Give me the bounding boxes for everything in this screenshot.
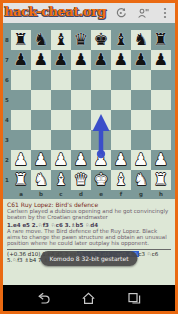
square-g2[interactable]: ♟ [131, 150, 151, 170]
toast-message: Komodo 8 32-bit gestartet [41, 251, 138, 266]
square-g1[interactable]: ♞ [131, 170, 151, 190]
square-c7[interactable]: ♟ [51, 50, 71, 70]
square-e5[interactable] [91, 90, 111, 110]
square-a4[interactable] [11, 110, 31, 130]
piece-black-bishop: ♝ [54, 30, 69, 50]
divider [7, 249, 171, 250]
square-c3[interactable] [51, 130, 71, 150]
square-b1[interactable]: ♞ [31, 170, 51, 190]
square-g6[interactable] [131, 70, 151, 90]
square-d5[interactable] [71, 90, 91, 110]
piece-black-pawn: ♟ [34, 50, 49, 70]
square-h6[interactable] [151, 70, 171, 90]
file-label-a: a [11, 190, 31, 199]
square-d1[interactable]: ♛ [71, 170, 91, 190]
square-c5[interactable] [51, 90, 71, 110]
file-label-d: d [71, 190, 91, 199]
board-area: 87654321 ♜♞♝♛♚♝♞♜♟♟♟♟♟♟♟♟♟♟♟♟♟♟♟♟♜♞♝♛♚♝♞… [3, 23, 175, 199]
rank-label-7: 7 [3, 50, 11, 70]
piece-black-rook: ♜ [154, 30, 169, 50]
square-d6[interactable] [71, 70, 91, 90]
square-h5[interactable] [151, 90, 171, 110]
square-h3[interactable] [151, 130, 171, 150]
square-b8[interactable]: ♞ [31, 30, 51, 50]
square-a8[interactable]: ♜ [11, 30, 31, 50]
square-b7[interactable]: ♟ [31, 50, 51, 70]
rank-label-5: 5 [3, 90, 11, 110]
square-e7[interactable]: ♟ [91, 50, 111, 70]
piece-white-pawn: ♟ [54, 150, 69, 170]
square-d4[interactable] [71, 110, 91, 130]
file-label-e: e [91, 190, 111, 199]
square-e6[interactable] [91, 70, 111, 90]
square-g7[interactable]: ♟ [131, 50, 151, 70]
square-c2[interactable]: ♟ [51, 150, 71, 170]
piece-white-rook: ♜ [14, 170, 29, 190]
app-window: hack-cheat.org 8765 [0, 0, 178, 314]
piece-white-rook: ♜ [154, 170, 169, 190]
square-b2[interactable]: ♟ [31, 150, 51, 170]
piece-black-pawn: ♟ [134, 50, 149, 70]
piece-white-pawn: ♟ [114, 150, 129, 170]
piece-white-knight: ♞ [34, 170, 49, 190]
piece-black-bishop: ♝ [114, 30, 129, 50]
piece-black-pawn: ♟ [94, 50, 109, 70]
opening-notes-panel: C61 Ruy Lopez: Bird's defence Carlsen pl… [3, 199, 175, 285]
rank-label-2: 2 [3, 150, 11, 170]
square-a6[interactable] [11, 70, 31, 90]
file-label-f: f [111, 190, 131, 199]
piece-black-pawn: ♟ [54, 50, 69, 70]
home-icon[interactable] [81, 291, 97, 305]
piece-black-pawn: ♟ [114, 50, 129, 70]
rank-label-3: 3 [3, 130, 11, 150]
square-e8[interactable]: ♚ [91, 30, 111, 50]
square-b6[interactable] [31, 70, 51, 90]
square-d3[interactable] [71, 130, 91, 150]
file-label-g: g [131, 190, 151, 199]
square-c8[interactable]: ♝ [51, 30, 71, 50]
back-icon[interactable] [36, 291, 52, 305]
square-d7[interactable]: ♟ [71, 50, 91, 70]
square-b3[interactable] [31, 130, 51, 150]
square-a7[interactable]: ♟ [11, 50, 31, 70]
square-b4[interactable] [31, 110, 51, 130]
overflow-menu-icon[interactable] [158, 7, 171, 20]
square-a1[interactable]: ♜ [11, 170, 31, 190]
piece-black-queen: ♛ [74, 30, 89, 50]
piece-white-knight: ♞ [134, 170, 149, 190]
square-c4[interactable] [51, 110, 71, 130]
piece-white-pawn: ♟ [34, 150, 49, 170]
file-label-h: h [151, 190, 171, 199]
piece-black-knight: ♞ [34, 30, 49, 50]
piece-white-king: ♚ [94, 170, 109, 190]
square-c6[interactable] [51, 70, 71, 90]
square-c1[interactable]: ♝ [51, 170, 71, 190]
square-e2[interactable]: ♟ [91, 150, 111, 170]
piece-white-pawn: ♟ [74, 150, 89, 170]
square-f1[interactable]: ♝ [111, 170, 131, 190]
piece-white-pawn: ♟ [134, 150, 149, 170]
piece-white-pawn: ♟ [154, 150, 169, 170]
square-a5[interactable] [11, 90, 31, 110]
opening-comment-1: Carlsen played a dubious opening and he … [7, 209, 171, 221]
square-f3[interactable] [111, 130, 131, 150]
square-d2[interactable]: ♟ [71, 150, 91, 170]
square-g5[interactable] [131, 90, 151, 110]
rank-label-8: 8 [3, 30, 11, 50]
piece-black-rook: ♜ [14, 30, 29, 50]
piece-white-pawn: ♟ [14, 150, 29, 170]
square-f5[interactable] [111, 90, 131, 110]
square-e3[interactable] [91, 130, 111, 150]
square-g3[interactable] [131, 130, 151, 150]
piece-black-pawn: ♟ [14, 50, 29, 70]
square-h1[interactable]: ♜ [151, 170, 171, 190]
recents-icon[interactable] [126, 291, 142, 305]
file-label-c: c [51, 190, 71, 199]
square-h7[interactable]: ♟ [151, 50, 171, 70]
opening-comment-2: A rare move. The Bird defence of the Ruy… [7, 229, 171, 247]
rank-label-4: 4 [3, 110, 11, 130]
engine-icon[interactable] [136, 7, 149, 20]
eco-opening-title: C61 Ruy Lopez: Bird's defence [7, 201, 171, 208]
piece-black-pawn: ♟ [74, 50, 89, 70]
piece-black-king: ♚ [94, 30, 109, 50]
rank-labels: 87654321 [3, 30, 11, 190]
square-e4[interactable] [91, 110, 111, 130]
square-h2[interactable]: ♟ [151, 150, 171, 170]
rank-label-1: 1 [3, 170, 11, 190]
rank-label-6: 6 [3, 70, 11, 90]
square-h8[interactable]: ♜ [151, 30, 171, 50]
piece-white-bishop: ♝ [54, 170, 69, 190]
file-labels: abcdefgh [11, 190, 175, 199]
piece-white-queen: ♛ [74, 170, 89, 190]
square-e1[interactable]: ♚ [91, 170, 111, 190]
piece-white-bishop: ♝ [114, 170, 129, 190]
square-f4[interactable] [111, 110, 131, 130]
watermark-text: hack-cheat.org [4, 4, 106, 19]
square-f6[interactable] [111, 70, 131, 90]
file-label-b: b [31, 190, 51, 199]
square-a2[interactable]: ♟ [11, 150, 31, 170]
square-h4[interactable] [151, 110, 171, 130]
square-a3[interactable] [11, 130, 31, 150]
square-f8[interactable]: ♝ [111, 30, 131, 50]
square-b5[interactable] [31, 90, 51, 110]
piece-white-pawn: ♟ [94, 150, 109, 170]
hint-icon[interactable] [114, 7, 127, 20]
square-g4[interactable] [131, 110, 151, 130]
square-f2[interactable]: ♟ [111, 150, 131, 170]
square-f7[interactable]: ♟ [111, 50, 131, 70]
square-g8[interactable]: ♞ [131, 30, 151, 50]
chess-board[interactable]: ♜♞♝♛♚♝♞♜♟♟♟♟♟♟♟♟♟♟♟♟♟♟♟♟♜♞♝♛♚♝♞♜ [11, 30, 171, 190]
android-nav-bar [3, 285, 175, 311]
piece-black-knight: ♞ [134, 30, 149, 50]
piece-black-pawn: ♟ [154, 50, 169, 70]
square-d8[interactable]: ♛ [71, 30, 91, 50]
